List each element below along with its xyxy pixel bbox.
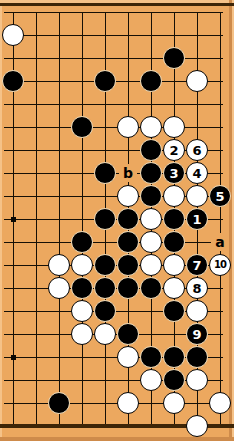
go-board: 26345171089 ab [0,0,234,441]
labels-layer: ab [0,0,234,441]
point-label-b: b [119,164,137,182]
point-label-a: a [211,233,229,251]
